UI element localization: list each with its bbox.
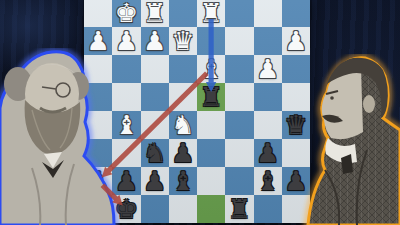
black-knight-f6[interactable]: ♞ [141, 139, 169, 167]
square-c1[interactable] [225, 0, 253, 27]
square-b2[interactable] [254, 27, 282, 55]
white-king-g1[interactable]: ♚ [112, 0, 140, 27]
square-b7[interactable]: ♝ [254, 167, 282, 195]
square-f3[interactable] [141, 55, 169, 83]
black-bishop-b7[interactable]: ♝ [254, 167, 282, 195]
ear [363, 95, 375, 113]
square-f5[interactable] [141, 111, 169, 139]
square-e2[interactable]: ♛ [169, 27, 197, 55]
square-h1[interactable] [84, 0, 112, 27]
square-e6[interactable]: ♟ [169, 139, 197, 167]
square-c6[interactable] [225, 139, 253, 167]
square-c8[interactable]: ♜ [225, 195, 253, 223]
white-bishop-d3[interactable]: ♝ [197, 55, 225, 83]
square-d1[interactable]: ♜ [197, 0, 225, 27]
eye [330, 96, 334, 100]
square-b4[interactable] [254, 83, 282, 111]
square-e3[interactable] [169, 55, 197, 83]
square-e7[interactable]: ♝ [169, 167, 197, 195]
white-queen-e2[interactable]: ♛ [169, 27, 197, 55]
square-d6[interactable] [197, 139, 225, 167]
square-b8[interactable] [254, 195, 282, 223]
square-f6[interactable]: ♞ [141, 139, 169, 167]
square-a2[interactable]: ♟ [282, 27, 310, 55]
white-pawn-a2[interactable]: ♟ [282, 27, 310, 55]
square-f2[interactable]: ♟ [141, 27, 169, 55]
white-knight-e5[interactable]: ♞ [169, 111, 197, 139]
square-c4[interactable] [225, 83, 253, 111]
white-pawn-b3[interactable]: ♟ [254, 55, 282, 83]
square-b5[interactable] [254, 111, 282, 139]
white-rook-f1[interactable]: ♜ [141, 0, 169, 27]
square-d2[interactable] [197, 27, 225, 55]
black-rook-d4[interactable]: ♜ [197, 83, 225, 111]
square-f1[interactable]: ♜ [141, 0, 169, 27]
black-pawn-b6[interactable]: ♟ [254, 139, 282, 167]
square-e5[interactable]: ♞ [169, 111, 197, 139]
square-b1[interactable] [254, 0, 282, 27]
square-f4[interactable] [141, 83, 169, 111]
black-pawn-e6[interactable]: ♟ [169, 139, 197, 167]
square-d4[interactable]: ♜ [197, 83, 225, 111]
square-f8[interactable] [141, 195, 169, 223]
black-rook-c8[interactable]: ♜ [225, 195, 253, 223]
square-e1[interactable] [169, 0, 197, 27]
square-a1[interactable] [282, 0, 310, 27]
black-pawn-f7[interactable]: ♟ [141, 167, 169, 195]
square-c5[interactable] [225, 111, 253, 139]
square-e8[interactable] [169, 195, 197, 223]
black-bishop-e7[interactable]: ♝ [169, 167, 197, 195]
square-e4[interactable] [169, 83, 197, 111]
square-c7[interactable] [225, 167, 253, 195]
white-pawn-f2[interactable]: ♟ [141, 27, 169, 55]
square-b3[interactable]: ♟ [254, 55, 282, 83]
square-d8[interactable] [197, 195, 225, 223]
white-rook-d1[interactable]: ♜ [197, 0, 225, 27]
right-player-portrait [295, 54, 400, 225]
square-d3[interactable]: ♝ [197, 55, 225, 83]
square-c2[interactable] [225, 27, 253, 55]
square-d7[interactable] [197, 167, 225, 195]
square-b6[interactable]: ♟ [254, 139, 282, 167]
square-c3[interactable] [225, 55, 253, 83]
square-g1[interactable]: ♚ [112, 0, 140, 27]
square-d5[interactable] [197, 111, 225, 139]
left-player-portrait [0, 48, 120, 225]
square-f7[interactable]: ♟ [141, 167, 169, 195]
chess-thumbnail: ♚♜♜♟♟♟♛♟♝♟♜♝♞♛♞♟♟♟♟♟♝♝♟♚♜ [0, 0, 400, 225]
